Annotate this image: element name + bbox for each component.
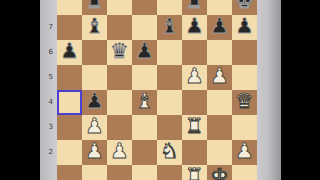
rank-label-4: 4 xyxy=(40,90,53,115)
square-g7[interactable]: ♟ xyxy=(207,15,232,40)
piece-black-pawn-a6[interactable]: ♟ xyxy=(60,39,79,64)
chess-board: ♜♜♚♝♝♟♟♟♟♛♟♟♟♟♝♛♟♜♟♟♞♟♜♚ xyxy=(57,0,257,180)
square-c1[interactable] xyxy=(107,165,132,180)
square-g6[interactable] xyxy=(207,40,232,65)
right-frame-band xyxy=(257,0,281,180)
piece-black-pawn-g7[interactable]: ♟ xyxy=(210,14,229,39)
square-d3[interactable] xyxy=(132,115,157,140)
square-c5[interactable] xyxy=(107,65,132,90)
square-c3[interactable] xyxy=(107,115,132,140)
piece-white-rook-f3[interactable]: ♜ xyxy=(185,114,204,139)
square-a5[interactable] xyxy=(57,65,82,90)
piece-black-pawn-d6[interactable]: ♟ xyxy=(135,39,154,64)
piece-black-pawn-f7[interactable]: ♟ xyxy=(185,14,204,39)
piece-white-pawn-h2[interactable]: ♟ xyxy=(235,139,254,164)
square-a4[interactable] xyxy=(57,90,82,115)
piece-black-rook-f8[interactable]: ♜ xyxy=(185,0,204,14)
square-g3[interactable] xyxy=(207,115,232,140)
square-g1[interactable]: ♚ xyxy=(207,165,232,180)
square-e7[interactable]: ♝ xyxy=(157,15,182,40)
square-h3[interactable] xyxy=(232,115,257,140)
square-e4[interactable] xyxy=(157,90,182,115)
rank-label-5: 5 xyxy=(40,65,53,90)
square-f8[interactable]: ♜ xyxy=(182,0,207,15)
piece-white-knight-e2[interactable]: ♞ xyxy=(160,139,179,164)
piece-black-pawn-b4[interactable]: ♟ xyxy=(85,89,104,114)
rank-label-gutter: 765432 xyxy=(40,0,57,180)
square-h8[interactable]: ♚ xyxy=(232,0,257,15)
piece-black-rook-b8[interactable]: ♜ xyxy=(85,0,104,14)
square-b5[interactable] xyxy=(82,65,107,90)
piece-white-queen-h4[interactable]: ♛ xyxy=(235,89,254,114)
square-c6[interactable]: ♛ xyxy=(107,40,132,65)
rank-label-2: 2 xyxy=(40,140,53,165)
square-a1[interactable] xyxy=(57,165,82,180)
square-c4[interactable] xyxy=(107,90,132,115)
square-f4[interactable] xyxy=(182,90,207,115)
square-c2[interactable]: ♟ xyxy=(107,140,132,165)
piece-black-king-h8[interactable]: ♚ xyxy=(235,0,254,14)
square-d2[interactable] xyxy=(132,140,157,165)
piece-white-pawn-b2[interactable]: ♟ xyxy=(85,139,104,164)
rank-label-6: 6 xyxy=(40,40,53,65)
square-g5[interactable]: ♟ xyxy=(207,65,232,90)
square-h7[interactable]: ♟ xyxy=(232,15,257,40)
square-h5[interactable] xyxy=(232,65,257,90)
square-f3[interactable]: ♜ xyxy=(182,115,207,140)
square-a6[interactable]: ♟ xyxy=(57,40,82,65)
square-a2[interactable] xyxy=(57,140,82,165)
square-c7[interactable] xyxy=(107,15,132,40)
piece-white-rook-f1[interactable]: ♜ xyxy=(185,164,204,180)
piece-white-pawn-g5[interactable]: ♟ xyxy=(210,64,229,89)
square-b1[interactable] xyxy=(82,165,107,180)
board-viewport: ♜♜♚♝♝♟♟♟♟♛♟♟♟♟♝♛♟♜♟♟♞♟♜♚ xyxy=(57,0,257,180)
square-f6[interactable] xyxy=(182,40,207,65)
square-b7[interactable]: ♝ xyxy=(82,15,107,40)
square-a8[interactable] xyxy=(57,0,82,15)
piece-black-bishop-b7[interactable]: ♝ xyxy=(85,14,104,39)
square-e8[interactable] xyxy=(157,0,182,15)
rank-label-3: 3 xyxy=(40,115,53,140)
square-f7[interactable]: ♟ xyxy=(182,15,207,40)
piece-black-queen-c6[interactable]: ♛ xyxy=(110,39,129,64)
square-g2[interactable] xyxy=(207,140,232,165)
piece-white-bishop-d4[interactable]: ♝ xyxy=(135,89,154,114)
square-b2[interactable]: ♟ xyxy=(82,140,107,165)
square-f2[interactable] xyxy=(182,140,207,165)
square-g4[interactable] xyxy=(207,90,232,115)
piece-white-pawn-f5[interactable]: ♟ xyxy=(185,64,204,89)
square-e3[interactable] xyxy=(157,115,182,140)
piece-white-king-g1[interactable]: ♚ xyxy=(210,164,229,180)
square-b3[interactable]: ♟ xyxy=(82,115,107,140)
piece-black-pawn-h7[interactable]: ♟ xyxy=(235,14,254,39)
square-g8[interactable] xyxy=(207,0,232,15)
square-a3[interactable] xyxy=(57,115,82,140)
square-h6[interactable] xyxy=(232,40,257,65)
square-e5[interactable] xyxy=(157,65,182,90)
square-d6[interactable]: ♟ xyxy=(132,40,157,65)
piece-white-pawn-b3[interactable]: ♟ xyxy=(85,114,104,139)
square-f5[interactable]: ♟ xyxy=(182,65,207,90)
square-d5[interactable] xyxy=(132,65,157,90)
square-d4[interactable]: ♝ xyxy=(132,90,157,115)
square-f1[interactable]: ♜ xyxy=(182,165,207,180)
rank-label-7: 7 xyxy=(40,15,53,40)
square-d1[interactable] xyxy=(132,165,157,180)
square-b8[interactable]: ♜ xyxy=(82,0,107,15)
square-d8[interactable] xyxy=(132,0,157,15)
square-h4[interactable]: ♛ xyxy=(232,90,257,115)
square-e1[interactable] xyxy=(157,165,182,180)
piece-white-pawn-c2[interactable]: ♟ xyxy=(110,139,129,164)
square-d7[interactable] xyxy=(132,15,157,40)
square-h2[interactable]: ♟ xyxy=(232,140,257,165)
square-c8[interactable] xyxy=(107,0,132,15)
chess-diagram-panel: 765432 ♜♜♚♝♝♟♟♟♟♛♟♟♟♟♝♛♟♜♟♟♞♟♜♚ xyxy=(40,0,281,180)
piece-black-bishop-e7[interactable]: ♝ xyxy=(160,14,179,39)
square-b4[interactable]: ♟ xyxy=(82,90,107,115)
square-e2[interactable]: ♞ xyxy=(157,140,182,165)
square-h1[interactable] xyxy=(232,165,257,180)
square-a7[interactable] xyxy=(57,15,82,40)
square-e6[interactable] xyxy=(157,40,182,65)
square-b6[interactable] xyxy=(82,40,107,65)
